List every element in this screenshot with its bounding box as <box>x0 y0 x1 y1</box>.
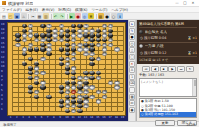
go-stone-black: 25 <box>40 33 45 37</box>
menu-item-0[interactable]: ファイル(F) <box>2 8 22 12</box>
coord-label: 15 <box>96 117 99 120</box>
go-stone-white: 158 <box>96 99 101 103</box>
play-icon[interactable]: ▶ <box>69 13 75 19</box>
coord-label: 15 <box>1 43 4 46</box>
first-move-button[interactable]: ⏮ <box>142 66 150 72</box>
go-stone-white: 76 <box>77 47 82 51</box>
go-stone-black: 105 <box>83 71 88 75</box>
go-stone-black: 125 <box>28 85 33 89</box>
go-stone-black: 45 <box>65 38 70 42</box>
copy-icon[interactable]: ▦ <box>37 13 43 19</box>
list-item[interactable]: ○第4譜 終局図 151-163 <box>140 112 196 116</box>
next-move-button[interactable]: ▶ <box>168 66 176 72</box>
mode-edit-icon[interactable]: ✎ <box>129 28 135 34</box>
go-stone-black: 3 <box>40 24 45 28</box>
menu-item-4[interactable]: 棋譜(K) <box>75 8 87 12</box>
window-title: 棋譜管理 対局 <box>8 1 33 6</box>
coord-label: 7 <box>1 80 3 83</box>
coord-label: 8 <box>1 76 3 79</box>
toolbar-separator <box>28 14 29 19</box>
go-stone-white: 150 <box>89 95 94 99</box>
go-stone-white: 136 <box>34 90 39 94</box>
go-stone-black: 95 <box>28 66 33 70</box>
go-stone-black: 127 <box>40 85 45 89</box>
prev-move-button[interactable]: ◀ <box>151 66 159 72</box>
go-stone-white: 30 <box>28 33 33 37</box>
go-stone-black: 101 <box>65 71 70 75</box>
game-info-panel: 第49期名人戦七番勝負 第4局 井山裕太 名人 ◷ 残り時間 0:04 ⌛ ×1… <box>137 20 199 64</box>
go-stone-white: 134 <box>114 85 119 89</box>
title-bar: 棋譜管理 対局 — □ ✕ <box>0 0 199 7</box>
go-stone-white: 90 <box>102 52 107 56</box>
territory-icon[interactable]: ▦ <box>129 94 135 100</box>
coord-label: 4 <box>1 95 3 98</box>
go-stone-white: 86 <box>83 52 88 56</box>
go-stone-black: 99 <box>28 71 33 75</box>
stone-white-icon[interactable]: ○ <box>111 13 117 19</box>
mode-play-icon[interactable]: ▸ <box>129 21 135 27</box>
coord-label: 5 <box>1 90 3 93</box>
stone-black-icon[interactable]: ● <box>104 13 110 19</box>
go-stone-white: 96 <box>71 57 76 61</box>
coord-label: 11 <box>71 117 74 120</box>
stone-icon: ● <box>141 108 144 112</box>
go-stone-white: 88 <box>89 52 94 56</box>
mark-number-icon[interactable]: 1 <box>129 74 135 80</box>
coord-label: 19 <box>1 24 4 27</box>
coord-label: 16 <box>1 38 4 41</box>
go-stone-white: 92 <box>40 57 45 61</box>
coord-label: 12 <box>1 57 4 60</box>
go-stone-white: 36 <box>77 33 82 37</box>
coord-label: 10 <box>65 117 68 120</box>
toolbar: ▤◰▣♨✂▦▥↶↷▶●◎✱▩●○ℹ <box>0 13 199 20</box>
go-stone-black: 77 <box>46 52 51 56</box>
go-stone-white: 98 <box>96 57 101 61</box>
go-stone-white: 132 <box>89 85 94 89</box>
go-stone-black: 75 <box>22 52 27 56</box>
status-move-count: 163手 <box>186 123 196 127</box>
go-stone-white: 38 <box>102 33 107 37</box>
coord-label: 2 <box>16 117 18 120</box>
black-stone-icon <box>139 30 143 34</box>
comment-box[interactable]: (コメントなし) <box>139 78 197 97</box>
white-extra-count: ×1 <box>192 51 197 55</box>
go-stone-black: 153 <box>59 104 64 108</box>
go-board[interactable]: 1234567891011121314151617181920212223242… <box>0 20 128 121</box>
move-status: 163手目 白 L5 まで <box>139 56 197 63</box>
undo-icon[interactable]: ↶ <box>53 13 59 19</box>
coord-label: 19 <box>121 117 124 120</box>
coord-label: 11 <box>1 62 4 65</box>
coord-label: 6 <box>1 85 3 88</box>
comment-scrollbar[interactable] <box>192 79 196 96</box>
black-time: 残り時間 0:04 <box>144 36 187 40</box>
go-stone-white: 146 <box>102 90 107 94</box>
go-stone-black: 111 <box>28 76 33 80</box>
go-stone-black: 139 <box>46 95 51 99</box>
stone-icon: ○ <box>141 104 144 108</box>
toolbar-separator <box>67 14 68 19</box>
place-black-icon[interactable]: ● <box>129 34 135 40</box>
coord-label: 4 <box>28 117 30 120</box>
go-stone-black: 157 <box>65 109 70 113</box>
white-stone-icon <box>139 44 143 48</box>
go-stone-white: 152 <box>102 95 107 99</box>
go-stone-white: 104 <box>71 66 76 70</box>
menu-item-2[interactable]: 表示(V) <box>42 8 54 12</box>
go-stone-black: 51 <box>102 38 107 42</box>
go-stone-black: 93 <box>89 62 94 66</box>
go-stone-black: 37 <box>96 33 101 37</box>
coord-label: 1 <box>10 117 12 120</box>
minimize-button[interactable]: — <box>173 0 181 6</box>
mark-triangle-icon[interactable]: △ <box>129 47 135 53</box>
go-stone-black: 49 <box>96 38 101 42</box>
apply-button[interactable]: 更新 <box>155 120 175 126</box>
move-counter: 手数: 163 / 163 <box>139 73 197 77</box>
playback-controls: ⏮◀▪▶⏭↻ <box>139 66 197 72</box>
go-stone-white: 163 <box>71 109 76 113</box>
go-stone-white: 28 <box>22 33 27 37</box>
go-stone-black: 63 <box>34 47 39 51</box>
go-stone-white: 48 <box>59 38 64 42</box>
go-stone-black: 61 <box>28 47 33 51</box>
goban-wood[interactable]: 1234567891011121314151617181920212223242… <box>7 22 126 116</box>
right-panel: 第49期名人戦七番勝負 第4局 井山裕太 名人 ◷ 残り時間 0:04 ⌛ ×1… <box>136 20 199 121</box>
go-stone-black: 87 <box>22 62 27 66</box>
search-icon[interactable]: ◎ <box>82 13 88 19</box>
record-icon[interactable]: ● <box>75 13 81 19</box>
pass-icon[interactable]: ◦ <box>129 87 135 93</box>
white-player-name: 一力遼 八段 <box>145 44 164 48</box>
hourglass-icon: ⌛ <box>187 36 192 40</box>
open-folder-icon[interactable]: ◰ <box>8 13 14 19</box>
go-stone-white: 162 <box>83 104 88 108</box>
go-stone-black: 159 <box>77 109 82 113</box>
go-stone-black: 131 <box>77 85 82 89</box>
settings-icon[interactable]: ✱ <box>88 13 94 19</box>
comment-icon[interactable]: ✉ <box>129 100 135 106</box>
coord-label: 18 <box>115 117 118 120</box>
go-stone-white: 40 <box>22 38 27 42</box>
coord-label: 14 <box>90 117 93 120</box>
go-stone-white: 32 <box>52 33 57 37</box>
place-white-icon[interactable]: ○ <box>129 41 135 47</box>
cut-icon[interactable]: ✂ <box>30 13 36 19</box>
go-stone-black: 137 <box>34 95 39 99</box>
go-stone-white: 106 <box>34 71 39 75</box>
mark-cross-icon[interactable]: ✕ <box>129 61 135 67</box>
stop-button[interactable]: ▪ <box>160 66 168 72</box>
coord-label: 16 <box>102 117 105 120</box>
go-stone-white: 84 <box>71 52 76 56</box>
go-stone-black: 109 <box>96 71 101 75</box>
go-stone-white: 128 <box>71 85 76 89</box>
go-stone-black: 65 <box>40 47 45 51</box>
close-button[interactable]: ✕ <box>189 0 197 6</box>
go-stone-white: 140 <box>77 90 82 94</box>
go-stone-white: 160 <box>65 104 70 108</box>
go-stone-black: 47 <box>89 38 94 42</box>
go-stone-black: 155 <box>77 104 82 108</box>
go-stone-white: 34 <box>71 33 76 37</box>
go-stone-black: 33 <box>83 33 88 37</box>
go-stone-black: 115 <box>89 76 94 80</box>
go-stone-black: 43 <box>46 38 51 42</box>
go-stone-black: 91 <box>59 62 64 66</box>
status-text: 準備完了 <box>3 123 17 127</box>
go-stone-white: 100 <box>65 62 70 66</box>
go-stone-white: 161 <box>71 104 76 108</box>
black-extra-count: ×1 <box>192 36 197 40</box>
coord-label: 13 <box>1 52 4 55</box>
go-stone-white: 44 <box>40 38 45 42</box>
go-stone-black: 129 <box>59 85 64 89</box>
go-stone-white: 142 <box>83 90 88 94</box>
coord-label: 3 <box>1 99 3 102</box>
auto-play-button[interactable]: ↻ <box>186 66 194 72</box>
go-stone-white: 116 <box>96 76 101 80</box>
coord-label: 18 <box>1 29 4 32</box>
print-icon[interactable]: ♨ <box>21 13 27 19</box>
erase-icon[interactable]: ⌫ <box>129 80 135 86</box>
go-stone-black: 81 <box>28 57 33 61</box>
menu-item-3[interactable]: 対局(G) <box>58 8 71 12</box>
go-stone-white: 46 <box>52 38 57 42</box>
go-stone-black: 35 <box>89 33 94 37</box>
go-stone-white: 66 <box>96 43 101 47</box>
go-stone-black: 133 <box>28 90 33 94</box>
go-stone-black: 27 <box>46 33 51 37</box>
app-icon <box>2 1 6 5</box>
go-stone-white: 54 <box>108 38 113 42</box>
go-stone-white: 126 <box>65 85 70 89</box>
coord-label: 8 <box>53 117 55 120</box>
go-stone-black: 21 <box>15 33 20 37</box>
clock-icon: ◷ <box>140 51 143 55</box>
coord-label: 2 <box>1 104 3 107</box>
coord-label: 9 <box>1 71 3 74</box>
go-stone-white: 122 <box>108 81 113 85</box>
go-stone-white: 70 <box>108 43 113 47</box>
save-icon[interactable]: ▣ <box>14 13 20 19</box>
coord-label: 17 <box>108 117 111 120</box>
coord-label: 7 <box>47 117 49 120</box>
stone-icon: ● <box>141 99 144 103</box>
coord-label: 6 <box>41 117 43 120</box>
go-stone-black: 135 <box>59 90 64 94</box>
go-stone-black: 107 <box>89 71 94 75</box>
game-title: 第49期名人戦七番勝負 第4局 <box>139 21 197 28</box>
menu-item-1[interactable]: 編集(E) <box>26 8 38 12</box>
edit-tool-strip: ▸✎●○△□✕A1⌫◦▦✉◉ <box>128 20 136 121</box>
menu-item-5[interactable]: ツール(T) <box>91 8 107 12</box>
go-stone-white: 164 <box>71 90 76 94</box>
go-stone-black: 39 <box>108 33 113 37</box>
go-stone-black: 117 <box>34 81 39 85</box>
coord-label: 3 <box>22 117 24 120</box>
go-stone-white: 130 <box>83 85 88 89</box>
last-move-button[interactable]: ⏭ <box>177 66 185 72</box>
menu-item-6[interactable]: ヘルプ(H) <box>111 8 128 12</box>
go-stone-white: 108 <box>40 71 45 75</box>
go-stone-black: 41 <box>15 38 20 42</box>
go-stone-white: 82 <box>114 47 119 51</box>
go-stone-white: 102 <box>34 66 39 70</box>
mark-square-icon[interactable]: □ <box>129 54 135 60</box>
clock-icon: ◷ <box>140 36 143 40</box>
mark-letter-icon[interactable]: A <box>129 67 135 73</box>
go-stone-black: 31 <box>65 33 70 37</box>
go-stone-black: 79 <box>65 52 70 56</box>
paste-icon[interactable]: ▥ <box>43 13 49 19</box>
toolbar-separator <box>96 14 97 19</box>
go-stone-black: 29 <box>59 33 64 37</box>
capture-icon[interactable]: ◉ <box>129 107 135 113</box>
hourglass-icon: ⌛ <box>187 51 192 55</box>
go-stone-black: 103 <box>71 71 76 75</box>
toolbar-separator <box>51 14 52 19</box>
go-stone-black: 23 <box>34 33 39 37</box>
go-stone-white: 144 <box>96 90 101 94</box>
coord-label: 9 <box>59 117 61 120</box>
coord-label: 14 <box>1 47 4 50</box>
new-file-icon[interactable]: ▤ <box>1 13 7 19</box>
white-time: 残り時間 0:12 <box>144 51 187 55</box>
info-icon[interactable]: ℹ <box>117 13 123 19</box>
coord-label: 12 <box>78 117 81 120</box>
coord-label: 17 <box>1 33 4 36</box>
board-icon[interactable]: ▩ <box>98 13 104 19</box>
coord-label: 1 <box>1 109 3 112</box>
black-player-name: 井山裕太 名人 <box>145 30 168 34</box>
coord-label: 13 <box>84 117 87 120</box>
coord-label: 10 <box>1 66 4 69</box>
kifu-section-list[interactable]: ●第1譜 布石 1-50○第2譜 中盤 51-100●第3譜 戦い 101-15… <box>139 98 197 118</box>
go-stone-white: 52 <box>83 38 88 42</box>
go-stone-white: 50 <box>71 38 76 42</box>
go-stone-white: 138 <box>65 90 70 94</box>
go-stone-black: 67 <box>59 47 64 51</box>
redo-icon[interactable]: ↷ <box>59 13 65 19</box>
go-stone-white: 42 <box>34 38 39 42</box>
coord-label: 5 <box>34 117 36 120</box>
go-stone-black: 97 <box>65 66 70 70</box>
stone-icon: ○ <box>141 112 144 116</box>
maximize-button[interactable]: □ <box>181 0 189 6</box>
go-stone-white: 56 <box>15 43 20 47</box>
